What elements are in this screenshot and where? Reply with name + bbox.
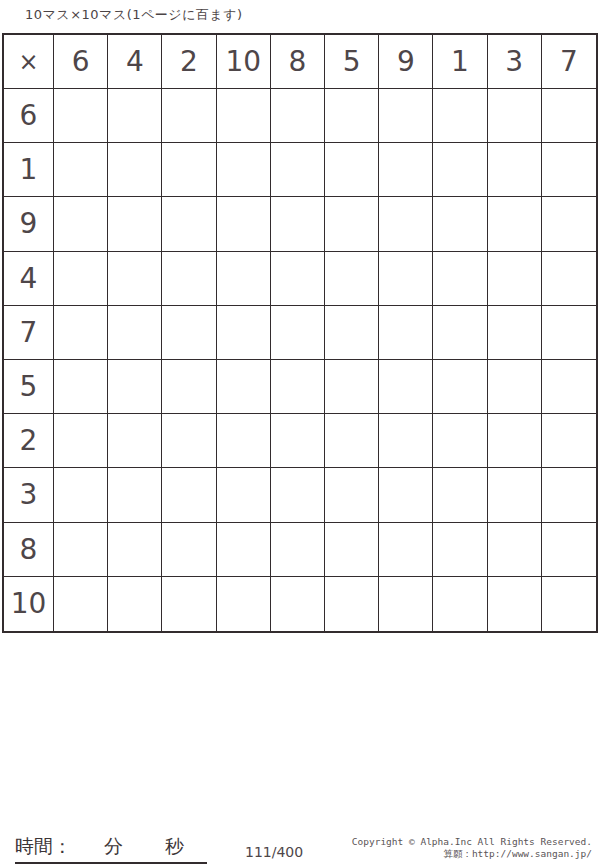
col-header-cell: 1 [433,35,487,89]
answer-cell[interactable] [271,523,325,577]
row-header-cell: 7 [4,306,54,360]
answer-cell[interactable] [108,89,162,143]
answer-cell[interactable] [325,523,379,577]
answer-cell[interactable] [54,468,108,522]
answer-cell[interactable] [488,89,542,143]
answer-cell[interactable] [379,360,433,414]
answer-cell[interactable] [108,252,162,306]
answer-cell[interactable] [325,306,379,360]
answer-cell[interactable] [325,577,379,631]
row-header-cell: 1 [4,143,54,197]
answer-cell[interactable] [54,89,108,143]
answer-cell[interactable] [433,360,487,414]
answer-cell[interactable] [271,143,325,197]
answer-cell[interactable] [162,306,216,360]
answer-cell[interactable] [162,468,216,522]
answer-cell[interactable] [325,143,379,197]
site-url-line: 算願：http://www.sangan.jp/ [352,848,592,860]
answer-cell[interactable] [542,252,596,306]
multiplication-grid: ×6421085913761947523810 [2,33,598,633]
answer-cell[interactable] [271,252,325,306]
answer-cell[interactable] [271,414,325,468]
row-header-cell: 10 [4,577,54,631]
copyright-line: Copyright © Alpha.Inc All Rights Reserve… [352,836,592,848]
answer-cell[interactable] [54,252,108,306]
answer-cell[interactable] [217,577,271,631]
answer-cell[interactable] [54,523,108,577]
answer-cell[interactable] [108,197,162,251]
answer-cell[interactable] [379,252,433,306]
answer-cell[interactable] [379,414,433,468]
answer-cell[interactable] [54,360,108,414]
row-header-cell: 9 [4,197,54,251]
answer-cell[interactable] [433,523,487,577]
answer-cell[interactable] [162,577,216,631]
row-header-cell: 2 [4,414,54,468]
col-header-cell: 8 [271,35,325,89]
answer-cell[interactable] [217,414,271,468]
answer-cell[interactable] [488,360,542,414]
answer-cell[interactable] [433,577,487,631]
answer-cell[interactable] [162,523,216,577]
answer-cell[interactable] [488,252,542,306]
answer-cell[interactable] [325,89,379,143]
row-header-cell: 4 [4,252,54,306]
answer-cell[interactable] [108,306,162,360]
answer-cell[interactable] [54,306,108,360]
answer-cell[interactable] [379,523,433,577]
operator-cell: × [4,35,54,89]
answer-cell[interactable] [108,143,162,197]
answer-cell[interactable] [379,143,433,197]
col-header-cell: 10 [217,35,271,89]
answer-cell[interactable] [488,414,542,468]
answer-cell[interactable] [542,360,596,414]
answer-cell[interactable] [542,414,596,468]
answer-cell[interactable] [433,197,487,251]
col-header-cell: 9 [379,35,433,89]
answer-cell[interactable] [433,468,487,522]
answer-cell[interactable] [542,523,596,577]
time-entry-line: 時間： 分 秒 [15,834,207,864]
row-header-cell: 5 [4,360,54,414]
answer-cell[interactable] [54,414,108,468]
answer-cell[interactable] [217,306,271,360]
answer-cell[interactable] [217,523,271,577]
col-header-cell: 4 [108,35,162,89]
answer-cell[interactable] [379,197,433,251]
answer-cell[interactable] [488,306,542,360]
answer-cell[interactable] [542,468,596,522]
answer-cell[interactable] [162,252,216,306]
worksheet-title: 10マス×10マス(1ページに百ます) [25,6,243,24]
worksheet-page: 10マス×10マス(1ページに百ます) ×6421085913761947523… [0,0,600,865]
answer-cell[interactable] [108,577,162,631]
answer-cell[interactable] [542,306,596,360]
answer-cell[interactable] [108,414,162,468]
row-header-cell: 6 [4,89,54,143]
answer-cell[interactable] [379,468,433,522]
answer-cell[interactable] [379,577,433,631]
answer-cell[interactable] [488,197,542,251]
answer-cell[interactable] [54,197,108,251]
answer-cell[interactable] [108,523,162,577]
answer-cell[interactable] [162,89,216,143]
answer-cell[interactable] [379,306,433,360]
answer-cell[interactable] [379,89,433,143]
time-label: 時間： [15,834,72,860]
col-header-cell: 5 [325,35,379,89]
answer-cell[interactable] [217,143,271,197]
answer-cell[interactable] [271,306,325,360]
answer-cell[interactable] [271,197,325,251]
answer-cell[interactable] [433,252,487,306]
answer-cell[interactable] [433,306,487,360]
answer-cell[interactable] [217,360,271,414]
answer-cell[interactable] [54,577,108,631]
answer-cell[interactable] [162,143,216,197]
answer-cell[interactable] [488,143,542,197]
answer-cell[interactable] [325,197,379,251]
answer-cell[interactable] [217,468,271,522]
row-header-cell: 8 [4,523,54,577]
page-number: 111/400 [245,844,303,860]
answer-cell[interactable] [542,197,596,251]
answer-cell[interactable] [325,414,379,468]
copyright-block: Copyright © Alpha.Inc All Rights Reserve… [352,836,592,860]
answer-cell[interactable] [325,252,379,306]
col-header-cell: 3 [488,35,542,89]
answer-cell[interactable] [271,577,325,631]
answer-cell[interactable] [217,89,271,143]
answer-cell[interactable] [217,252,271,306]
minutes-label: 分 [104,834,123,860]
answer-cell[interactable] [488,468,542,522]
answer-cell[interactable] [325,360,379,414]
answer-cell[interactable] [542,143,596,197]
answer-cell[interactable] [162,414,216,468]
row-header-cell: 3 [4,468,54,522]
answer-cell[interactable] [542,577,596,631]
answer-cell[interactable] [108,468,162,522]
answer-cell[interactable] [271,360,325,414]
answer-cell[interactable] [217,197,271,251]
answer-cell[interactable] [54,143,108,197]
answer-cell[interactable] [162,360,216,414]
answer-cell[interactable] [488,523,542,577]
col-header-cell: 2 [162,35,216,89]
answer-cell[interactable] [271,89,325,143]
col-header-cell: 7 [542,35,596,89]
col-header-cell: 6 [54,35,108,89]
answer-cell[interactable] [433,143,487,197]
answer-cell[interactable] [542,89,596,143]
answer-cell[interactable] [433,414,487,468]
answer-cell[interactable] [271,468,325,522]
answer-cell[interactable] [108,360,162,414]
answer-cell[interactable] [488,577,542,631]
answer-cell[interactable] [162,197,216,251]
seconds-label: 秒 [165,834,184,860]
answer-cell[interactable] [433,89,487,143]
answer-cell[interactable] [325,468,379,522]
